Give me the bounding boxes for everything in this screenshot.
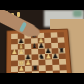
board-grid: ♚♟♟♝♝♟♟♟♟♜♟♞♟♟♚♟♟♜ bbox=[11, 32, 67, 73]
letterbox-top bbox=[0, 0, 84, 10]
background-object bbox=[73, 10, 82, 17]
letterbox-bottom bbox=[0, 73, 84, 84]
photo-area: ♚♟♟♝♝♟♟♟♟♜♟♞♟♟♚♟♟♜ bbox=[0, 10, 84, 73]
chess-board: ♚♟♟♝♝♟♟♟♟♜♟♞♟♟♚♟♟♜ bbox=[6, 29, 72, 73]
photo-frame: ♚♟♟♝♝♟♟♟♟♜♟♞♟♟♚♟♟♜ bbox=[0, 0, 84, 84]
